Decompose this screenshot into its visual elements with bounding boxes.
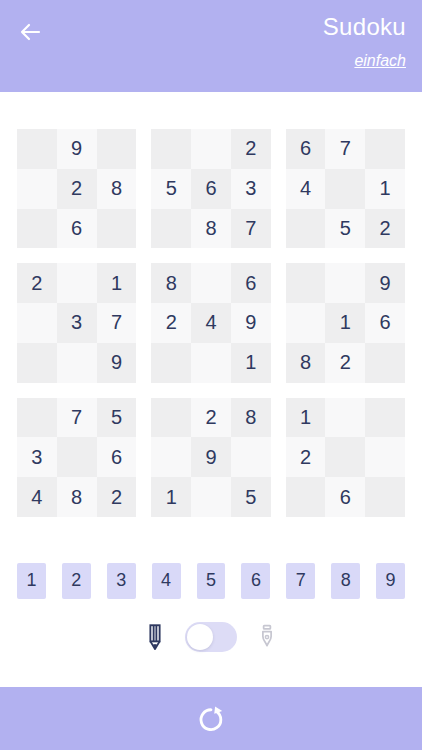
sudoku-box: 256387 [151,129,270,248]
pen-mode-toggle[interactable] [185,622,237,652]
sudoku-cell[interactable]: 3 [57,303,97,343]
numpad-key-1[interactable]: 1 [17,563,46,599]
sudoku-box: 674152 [286,129,405,248]
sudoku-cell[interactable]: 8 [286,343,326,383]
sudoku-cell[interactable]: 6 [286,129,326,169]
sudoku-cell[interactable]: 6 [325,477,365,517]
difficulty-link[interactable]: einfach [354,52,406,70]
sudoku-cell[interactable] [17,343,57,383]
header-right: Sudoku einfach [323,13,406,70]
sudoku-box: 91682 [286,263,405,382]
sudoku-cell[interactable] [17,398,57,438]
sudoku-cell[interactable] [97,209,137,249]
sudoku-cell[interactable]: 4 [286,169,326,209]
sudoku-cell[interactable] [325,437,365,477]
sudoku-cell[interactable]: 9 [191,437,231,477]
restart-button[interactable] [194,702,228,736]
sudoku-cell[interactable]: 2 [97,477,137,517]
sudoku-cell[interactable]: 2 [57,169,97,209]
sudoku-cell[interactable]: 2 [231,129,271,169]
sudoku-cell[interactable]: 2 [151,303,191,343]
sudoku-cell[interactable] [17,169,57,209]
page-title: Sudoku [323,13,406,41]
sudoku-cell[interactable] [286,477,326,517]
sudoku-cell[interactable]: 1 [231,343,271,383]
sudoku-cell[interactable] [286,303,326,343]
numpad-key-7[interactable]: 7 [286,563,315,599]
numpad-key-8[interactable]: 8 [331,563,360,599]
sudoku-cell[interactable]: 8 [151,263,191,303]
numpad-key-9[interactable]: 9 [376,563,405,599]
sudoku-cell[interactable]: 6 [97,437,137,477]
sudoku-cell[interactable]: 4 [191,303,231,343]
sudoku-cell[interactable]: 8 [97,169,137,209]
numpad-key-2[interactable]: 2 [62,563,91,599]
sudoku-cell[interactable] [286,209,326,249]
sudoku-box: 126 [286,398,405,517]
sudoku-cell[interactable]: 5 [325,209,365,249]
sudoku-cell[interactable]: 7 [57,398,97,438]
sudoku-cell[interactable]: 9 [231,303,271,343]
sudoku-cell[interactable]: 9 [365,263,405,303]
sudoku-cell[interactable] [17,303,57,343]
pen-nib-icon [252,622,282,652]
sudoku-cell[interactable] [151,209,191,249]
input-mode-tools [0,622,422,652]
sudoku-cell[interactable]: 5 [151,169,191,209]
sudoku-box: 28915 [151,398,270,517]
sudoku-cell[interactable]: 7 [97,303,137,343]
pen-button[interactable] [252,622,282,652]
sudoku-cell[interactable]: 7 [325,129,365,169]
sudoku-cell[interactable] [151,129,191,169]
sudoku-cell[interactable] [151,437,191,477]
sudoku-box: 21379 [17,263,136,382]
sudoku-cell[interactable] [151,343,191,383]
sudoku-cell[interactable]: 6 [191,169,231,209]
sudoku-cell[interactable]: 8 [57,477,97,517]
sudoku-cell[interactable]: 1 [151,477,191,517]
sudoku-cell[interactable] [365,437,405,477]
sudoku-cell[interactable]: 2 [286,437,326,477]
number-pad: 123456789 [17,563,405,599]
sudoku-cell[interactable] [365,477,405,517]
sudoku-cell[interactable]: 9 [97,343,137,383]
header: Sudoku einfach [0,0,422,92]
sudoku-cell[interactable] [286,263,326,303]
sudoku-cell[interactable]: 1 [325,303,365,343]
sudoku-cell[interactable]: 7 [231,209,271,249]
sudoku-cell[interactable]: 3 [17,437,57,477]
sudoku-cell[interactable] [365,129,405,169]
sudoku-cell[interactable] [325,169,365,209]
sudoku-cell[interactable]: 1 [286,398,326,438]
sudoku-cell[interactable]: 2 [17,263,57,303]
toggle-knob [187,624,213,650]
sudoku-app: Sudoku einfach 9286256387674152213798624… [0,0,422,750]
numpad-key-4[interactable]: 4 [152,563,181,599]
sudoku-cell[interactable] [325,263,365,303]
board-band: 9286256387674152 [17,129,405,248]
sudoku-box: 7536482 [17,398,136,517]
sudoku-cell[interactable] [325,398,365,438]
sudoku-cell[interactable]: 6 [231,263,271,303]
sudoku-cell[interactable] [57,263,97,303]
sudoku-cell[interactable]: 2 [365,209,405,249]
numpad-key-3[interactable]: 3 [107,563,136,599]
numpad-key-5[interactable]: 5 [197,563,226,599]
sudoku-cell[interactable] [191,343,231,383]
sudoku-cell[interactable] [57,437,97,477]
sudoku-cell[interactable]: 3 [231,169,271,209]
sudoku-cell[interactable]: 6 [365,303,405,343]
sudoku-cell[interactable] [17,209,57,249]
sudoku-cell[interactable]: 5 [97,398,137,438]
sudoku-cell[interactable]: 9 [57,129,97,169]
sudoku-board: 9286256387674152213798624919168275364822… [17,129,405,517]
sudoku-cell[interactable] [191,263,231,303]
sudoku-cell[interactable]: 1 [365,169,405,209]
board-band: 2137986249191682 [17,263,405,382]
sudoku-box: 9286 [17,129,136,248]
sudoku-cell[interactable]: 8 [231,398,271,438]
sudoku-cell[interactable] [365,343,405,383]
board-band: 753648228915126 [17,398,405,517]
numpad-key-6[interactable]: 6 [241,563,270,599]
footer-bar [0,687,422,750]
sudoku-cell[interactable]: 5 [231,477,271,517]
sudoku-cell[interactable] [365,398,405,438]
sudoku-cell[interactable]: 2 [191,398,231,438]
sudoku-cell[interactable]: 6 [57,209,97,249]
refresh-icon [194,702,228,736]
sudoku-cell[interactable]: 2 [325,343,365,383]
sudoku-cell[interactable]: 8 [191,209,231,249]
sudoku-cell[interactable] [57,343,97,383]
arrow-left-icon [16,18,44,46]
sudoku-cell[interactable] [191,477,231,517]
pencil-icon [140,622,170,652]
sudoku-cell[interactable] [97,129,137,169]
sudoku-cell[interactable] [17,129,57,169]
sudoku-cell[interactable] [231,437,271,477]
pencil-button[interactable] [140,622,170,652]
sudoku-cell[interactable]: 4 [17,477,57,517]
back-button[interactable] [14,16,46,48]
sudoku-cell[interactable] [151,398,191,438]
sudoku-cell[interactable]: 1 [97,263,137,303]
sudoku-box: 862491 [151,263,270,382]
sudoku-cell[interactable] [191,129,231,169]
